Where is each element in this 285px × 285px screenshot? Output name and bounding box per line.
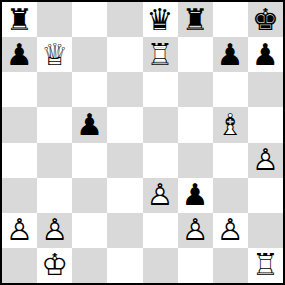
square-b5[interactable] <box>37 107 72 142</box>
square-f5[interactable] <box>178 107 213 142</box>
piece-glyph: ♚ <box>248 2 283 37</box>
square-d8[interactable] <box>107 2 142 37</box>
white-bishop-g5: ♝♗ <box>213 107 248 142</box>
square-f6[interactable] <box>178 72 213 107</box>
square-f1[interactable] <box>178 248 213 283</box>
white-pawn-g2: ♟♙ <box>213 213 248 248</box>
square-c6[interactable] <box>72 72 107 107</box>
piece-glyph: ♖ <box>143 37 178 72</box>
piece-glyph: ♙ <box>213 213 248 248</box>
piece-glyph: ♙ <box>2 213 37 248</box>
piece-glyph: ♟ <box>72 107 107 142</box>
square-a8[interactable]: ♜ <box>2 2 37 37</box>
piece-glyph: ♙ <box>37 213 72 248</box>
square-a2[interactable]: ♟♙ <box>2 213 37 248</box>
square-a3[interactable] <box>2 178 37 213</box>
piece-glyph: ♟ <box>178 178 213 213</box>
square-d1[interactable] <box>107 248 142 283</box>
piece-glyph: ♙ <box>178 213 213 248</box>
piece-glyph: ♟ <box>213 37 248 72</box>
piece-glyph: ♕ <box>37 37 72 72</box>
white-pawn-e3: ♟♙ <box>143 178 178 213</box>
black-pawn-c5: ♟ <box>72 107 107 142</box>
square-g2[interactable]: ♟♙ <box>213 213 248 248</box>
square-a7[interactable]: ♟ <box>2 37 37 72</box>
square-c3[interactable] <box>72 178 107 213</box>
white-queen-b7: ♛♕ <box>37 37 72 72</box>
piece-glyph: ♜ <box>178 2 213 37</box>
square-g3[interactable] <box>213 178 248 213</box>
square-g4[interactable] <box>213 143 248 178</box>
white-pawn-b2: ♟♙ <box>37 213 72 248</box>
square-e8[interactable]: ♛ <box>143 2 178 37</box>
square-f8[interactable]: ♜ <box>178 2 213 37</box>
square-f7[interactable] <box>178 37 213 72</box>
piece-glyph: ♗ <box>213 107 248 142</box>
white-pawn-h4: ♟♙ <box>248 143 283 178</box>
square-f3[interactable]: ♟ <box>178 178 213 213</box>
square-g7[interactable]: ♟ <box>213 37 248 72</box>
square-c2[interactable] <box>72 213 107 248</box>
chess-diagram: ♜♛♜♚♟♛♕♜♖♟♟♟♝♗♟♙♟♙♟♟♙♟♙♟♙♟♙♚♔♜♖ <box>0 0 285 285</box>
square-b4[interactable] <box>37 143 72 178</box>
black-rook-f8: ♜ <box>178 2 213 37</box>
square-f4[interactable] <box>178 143 213 178</box>
square-b8[interactable] <box>37 2 72 37</box>
square-a5[interactable] <box>2 107 37 142</box>
black-king-h8: ♚ <box>248 2 283 37</box>
square-e7[interactable]: ♜♖ <box>143 37 178 72</box>
piece-glyph: ♟ <box>2 37 37 72</box>
square-h1[interactable]: ♜♖ <box>248 248 283 283</box>
piece-glyph: ♙ <box>248 143 283 178</box>
square-a6[interactable] <box>2 72 37 107</box>
square-e4[interactable] <box>143 143 178 178</box>
white-rook-h1: ♜♖ <box>248 248 283 283</box>
square-c4[interactable] <box>72 143 107 178</box>
square-h6[interactable] <box>248 72 283 107</box>
square-h2[interactable] <box>248 213 283 248</box>
square-d5[interactable] <box>107 107 142 142</box>
square-b2[interactable]: ♟♙ <box>37 213 72 248</box>
square-d4[interactable] <box>107 143 142 178</box>
square-c8[interactable] <box>72 2 107 37</box>
white-pawn-f2: ♟♙ <box>178 213 213 248</box>
square-c1[interactable] <box>72 248 107 283</box>
piece-glyph: ♛ <box>143 2 178 37</box>
black-pawn-h7: ♟ <box>248 37 283 72</box>
square-h7[interactable]: ♟ <box>248 37 283 72</box>
black-queen-e8: ♛ <box>143 2 178 37</box>
white-king-b1: ♚♔ <box>37 248 72 283</box>
square-h8[interactable]: ♚ <box>248 2 283 37</box>
square-h5[interactable] <box>248 107 283 142</box>
square-d7[interactable] <box>107 37 142 72</box>
square-e5[interactable] <box>143 107 178 142</box>
piece-glyph: ♖ <box>248 248 283 283</box>
square-g1[interactable] <box>213 248 248 283</box>
square-a1[interactable] <box>2 248 37 283</box>
piece-glyph: ♙ <box>143 178 178 213</box>
square-b7[interactable]: ♛♕ <box>37 37 72 72</box>
square-e6[interactable] <box>143 72 178 107</box>
square-f2[interactable]: ♟♙ <box>178 213 213 248</box>
square-g5[interactable]: ♝♗ <box>213 107 248 142</box>
square-g6[interactable] <box>213 72 248 107</box>
black-pawn-a7: ♟ <box>2 37 37 72</box>
square-b3[interactable] <box>37 178 72 213</box>
square-h3[interactable] <box>248 178 283 213</box>
black-pawn-g7: ♟ <box>213 37 248 72</box>
piece-glyph: ♜ <box>2 2 37 37</box>
square-b1[interactable]: ♚♔ <box>37 248 72 283</box>
square-e1[interactable] <box>143 248 178 283</box>
square-d2[interactable] <box>107 213 142 248</box>
white-pawn-a2: ♟♙ <box>2 213 37 248</box>
piece-glyph: ♟ <box>248 37 283 72</box>
piece-glyph: ♔ <box>37 248 72 283</box>
black-pawn-f3: ♟ <box>178 178 213 213</box>
square-g8[interactable] <box>213 2 248 37</box>
black-rook-a8: ♜ <box>2 2 37 37</box>
square-d3[interactable] <box>107 178 142 213</box>
square-a4[interactable] <box>2 143 37 178</box>
square-c5[interactable]: ♟ <box>72 107 107 142</box>
square-e2[interactable] <box>143 213 178 248</box>
square-d6[interactable] <box>107 72 142 107</box>
white-rook-e7: ♜♖ <box>143 37 178 72</box>
square-h4[interactable]: ♟♙ <box>248 143 283 178</box>
chess-board: ♜♛♜♚♟♛♕♜♖♟♟♟♝♗♟♙♟♙♟♟♙♟♙♟♙♟♙♚♔♜♖ <box>0 0 285 285</box>
square-b6[interactable] <box>37 72 72 107</box>
square-e3[interactable]: ♟♙ <box>143 178 178 213</box>
square-c7[interactable] <box>72 37 107 72</box>
